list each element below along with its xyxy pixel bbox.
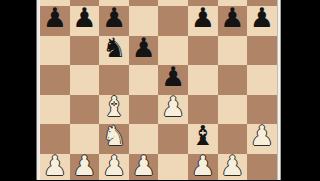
black-pawn-piece[interactable]: ♟ <box>161 62 185 92</box>
square-d4[interactable] <box>129 95 159 125</box>
square-a6[interactable] <box>40 36 70 66</box>
square-e3[interactable] <box>158 124 188 154</box>
square-e4[interactable]: ♟ <box>158 95 188 125</box>
square-f5[interactable] <box>188 65 218 95</box>
square-e7[interactable] <box>158 6 188 36</box>
white-pawn-piece[interactable]: ♟ <box>102 151 126 181</box>
square-f6[interactable] <box>188 36 218 66</box>
square-g6[interactable] <box>218 36 248 66</box>
square-f7[interactable]: ♟ <box>188 6 218 36</box>
square-a7[interactable]: ♟ <box>40 6 70 36</box>
square-h3[interactable]: ♟ <box>247 124 277 154</box>
square-g2[interactable]: ♟ <box>218 154 248 181</box>
white-pawn-piece[interactable]: ♟ <box>220 151 244 181</box>
square-d6[interactable]: ♟ <box>129 36 159 66</box>
square-b2[interactable]: ♟ <box>70 154 100 181</box>
white-pawn-piece[interactable]: ♟ <box>72 151 96 181</box>
square-c6[interactable]: ♞ <box>99 36 129 66</box>
square-b7[interactable]: ♟ <box>70 6 100 36</box>
black-bishop-piece[interactable]: ♝ <box>191 121 215 151</box>
square-g7[interactable]: ♟ <box>218 6 248 36</box>
black-pawn-piece[interactable]: ♟ <box>191 3 215 33</box>
black-pawn-piece[interactable]: ♟ <box>102 3 126 33</box>
square-b6[interactable] <box>70 36 100 66</box>
black-queen-piece[interactable]: ♛ <box>131 0 155 3</box>
black-pawn-piece[interactable]: ♟ <box>43 3 67 33</box>
square-f2[interactable]: ♟ <box>188 154 218 181</box>
square-b4[interactable] <box>70 95 100 125</box>
square-h2[interactable] <box>247 154 277 181</box>
square-h7[interactable]: ♟ <box>247 6 277 36</box>
square-a2[interactable]: ♟ <box>40 154 70 181</box>
square-h5[interactable] <box>247 65 277 95</box>
white-pawn-piece[interactable]: ♟ <box>161 92 185 122</box>
window-border-right <box>277 0 281 180</box>
square-a5[interactable] <box>40 65 70 95</box>
square-d2[interactable]: ♟ <box>129 154 159 181</box>
white-knight-piece[interactable]: ♞ <box>102 121 126 151</box>
chess-board: ♜♛♚♝♞♜♟♟♟♟♟♟♞♟♟♝♟♞♝♟♟♟♟♟♟♟♜♝♛♚♜ <box>40 0 277 180</box>
board-viewport: ♜♛♚♝♞♜♟♟♟♟♟♟♞♟♟♝♟♞♝♟♟♟♟♟♟♟♜♝♛♚♜ <box>40 0 277 180</box>
black-knight-piece[interactable]: ♞ <box>102 33 126 63</box>
black-pawn-piece[interactable]: ♟ <box>131 33 155 63</box>
white-bishop-piece[interactable]: ♝ <box>102 92 126 122</box>
black-king-piece[interactable]: ♚ <box>161 0 185 3</box>
square-a4[interactable] <box>40 95 70 125</box>
black-pawn-piece[interactable]: ♟ <box>250 3 274 33</box>
background-left <box>0 0 36 180</box>
square-e2[interactable] <box>158 154 188 181</box>
square-g4[interactable] <box>218 95 248 125</box>
white-pawn-piece[interactable]: ♟ <box>191 151 215 181</box>
square-h6[interactable] <box>247 36 277 66</box>
black-pawn-piece[interactable]: ♟ <box>220 3 244 33</box>
square-g5[interactable] <box>218 65 248 95</box>
white-pawn-piece[interactable]: ♟ <box>250 121 274 151</box>
background-right <box>282 0 320 180</box>
square-b5[interactable] <box>70 65 100 95</box>
white-pawn-piece[interactable]: ♟ <box>131 151 155 181</box>
square-d5[interactable] <box>129 65 159 95</box>
square-c2[interactable]: ♟ <box>99 154 129 181</box>
white-pawn-piece[interactable]: ♟ <box>43 151 67 181</box>
black-pawn-piece[interactable]: ♟ <box>72 3 96 33</box>
